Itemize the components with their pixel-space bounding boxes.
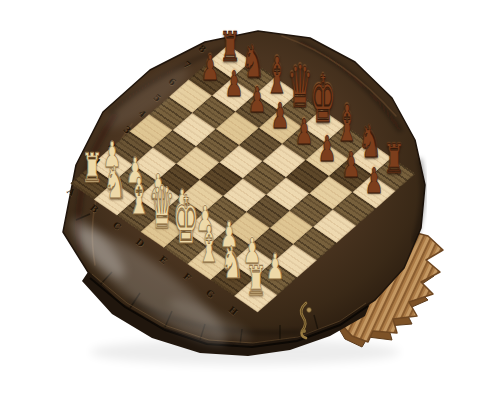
piece-white-bishop: ♝ xyxy=(198,218,221,269)
piece-dark-pawn: ♟ xyxy=(201,50,220,85)
pieces-layer: ♜♞♟♝♟♛♟♚♟♝♟♞♟♟♜♟♟♜♟♟♞♟♝♟♛♟♚♟♝♟♞♜ xyxy=(0,0,500,400)
piece-dark-pawn: ♟ xyxy=(365,163,384,198)
piece-dark-queen: ♛ xyxy=(287,57,313,116)
piece-white-rook: ♜ xyxy=(81,148,102,189)
piece-dark-pawn: ♟ xyxy=(341,146,360,181)
piece-dark-pawn: ♟ xyxy=(224,66,243,101)
piece-white-king: ♚ xyxy=(173,187,199,253)
piece-dark-pawn: ♟ xyxy=(318,130,337,165)
piece-dark-pawn: ♟ xyxy=(294,114,313,149)
piece-dark-knight: ♞ xyxy=(241,39,265,84)
product-photo-chess-set: ABCDEFGH12345678 ♜♞♟♝♟♛♟♚♟♝♟♞♟♟♜♟♟♜♟♟♞♟♝… xyxy=(0,0,500,400)
piece-dark-knight: ♞ xyxy=(358,120,382,165)
piece-dark-bishop: ♝ xyxy=(265,49,288,100)
piece-dark-king: ♚ xyxy=(311,66,337,132)
piece-white-bishop: ♝ xyxy=(127,170,150,221)
piece-white-rook: ♜ xyxy=(245,261,266,302)
piece-white-knight: ♞ xyxy=(221,241,245,286)
piece-dark-rook: ♜ xyxy=(219,27,240,68)
piece-dark-pawn: ♟ xyxy=(248,82,267,117)
piece-dark-bishop: ♝ xyxy=(335,97,358,148)
piece-white-pawn: ♟ xyxy=(266,249,285,284)
piece-white-queen: ♛ xyxy=(149,178,175,237)
piece-white-knight: ♞ xyxy=(104,160,128,205)
piece-dark-rook: ♜ xyxy=(383,140,404,181)
piece-dark-pawn: ♟ xyxy=(271,98,290,133)
